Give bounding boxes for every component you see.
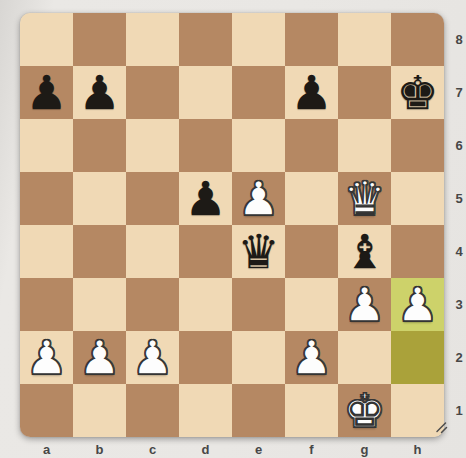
square-f1[interactable] (285, 384, 338, 437)
square-f6[interactable] (285, 119, 338, 172)
square-c8[interactable] (126, 13, 179, 66)
square-h4[interactable] (391, 225, 444, 278)
square-h2[interactable] (391, 331, 444, 384)
resize-grip-icon (433, 419, 449, 435)
square-c3[interactable] (126, 278, 179, 331)
rank-label-3: 3 (450, 278, 466, 331)
square-b4[interactable] (73, 225, 126, 278)
square-g2[interactable] (338, 331, 391, 384)
rank-label-5: 5 (450, 172, 466, 225)
square-d7[interactable] (179, 66, 232, 119)
square-g4[interactable]: ♝ (338, 225, 391, 278)
square-a3[interactable] (20, 278, 73, 331)
square-a6[interactable] (20, 119, 73, 172)
black-bishop-g4[interactable]: ♝ (343, 225, 385, 278)
square-d4[interactable] (179, 225, 232, 278)
file-label-e: e (232, 439, 285, 458)
square-e8[interactable] (232, 13, 285, 66)
square-c7[interactable] (126, 66, 179, 119)
file-coordinates: abcdefgh (20, 439, 444, 458)
square-d6[interactable] (179, 119, 232, 172)
square-d1[interactable] (179, 384, 232, 437)
square-g1[interactable]: ♚ (338, 384, 391, 437)
square-g7[interactable] (338, 66, 391, 119)
square-h7[interactable]: ♚ (391, 66, 444, 119)
black-pawn-f7[interactable]: ♟ (290, 66, 332, 119)
square-e4[interactable]: ♛ (232, 225, 285, 278)
square-g3[interactable]: ♟ (338, 278, 391, 331)
square-d5[interactable]: ♟ (179, 172, 232, 225)
black-pawn-b7[interactable]: ♟ (78, 66, 120, 119)
square-d3[interactable] (179, 278, 232, 331)
square-h6[interactable] (391, 119, 444, 172)
white-queen-g5[interactable]: ♛ (343, 172, 385, 225)
square-e7[interactable] (232, 66, 285, 119)
white-pawn-c2[interactable]: ♟ (131, 331, 173, 384)
square-f3[interactable] (285, 278, 338, 331)
board-resize-handle[interactable] (433, 419, 449, 435)
square-f4[interactable] (285, 225, 338, 278)
square-c1[interactable] (126, 384, 179, 437)
square-c5[interactable] (126, 172, 179, 225)
square-a8[interactable] (20, 13, 73, 66)
white-pawn-e5[interactable]: ♟ (237, 172, 279, 225)
rank-label-8: 8 (450, 13, 466, 66)
black-pawn-a7[interactable]: ♟ (25, 66, 67, 119)
black-king-h7[interactable]: ♚ (396, 66, 438, 119)
square-e6[interactable] (232, 119, 285, 172)
chess-board-widget: ♟♟♟♚♟♟♛♛♝♟♟♟♟♟♟♚ 87654321 abcdefgh (20, 13, 444, 437)
square-e1[interactable] (232, 384, 285, 437)
rank-label-7: 7 (450, 66, 466, 119)
white-pawn-h3[interactable]: ♟ (396, 278, 438, 331)
white-pawn-a2[interactable]: ♟ (25, 331, 67, 384)
square-g8[interactable] (338, 13, 391, 66)
square-a7[interactable]: ♟ (20, 66, 73, 119)
square-b6[interactable] (73, 119, 126, 172)
square-f7[interactable]: ♟ (285, 66, 338, 119)
square-b8[interactable] (73, 13, 126, 66)
square-b2[interactable]: ♟ (73, 331, 126, 384)
square-b1[interactable] (73, 384, 126, 437)
square-h8[interactable] (391, 13, 444, 66)
black-queen-e4[interactable]: ♛ (237, 225, 279, 278)
rank-label-2: 2 (450, 331, 466, 384)
square-b3[interactable] (73, 278, 126, 331)
white-pawn-f2[interactable]: ♟ (290, 331, 332, 384)
square-h3[interactable]: ♟ (391, 278, 444, 331)
file-label-h: h (391, 439, 444, 458)
square-f5[interactable] (285, 172, 338, 225)
file-label-d: d (179, 439, 232, 458)
square-a2[interactable]: ♟ (20, 331, 73, 384)
file-label-a: a (20, 439, 73, 458)
white-pawn-b2[interactable]: ♟ (78, 331, 120, 384)
square-f8[interactable] (285, 13, 338, 66)
square-a4[interactable] (20, 225, 73, 278)
square-b7[interactable]: ♟ (73, 66, 126, 119)
file-label-c: c (126, 439, 179, 458)
square-d2[interactable] (179, 331, 232, 384)
square-e5[interactable]: ♟ (232, 172, 285, 225)
square-c6[interactable] (126, 119, 179, 172)
square-f2[interactable]: ♟ (285, 331, 338, 384)
white-king-g1[interactable]: ♚ (343, 384, 385, 437)
square-d8[interactable] (179, 13, 232, 66)
square-h5[interactable] (391, 172, 444, 225)
file-label-b: b (73, 439, 126, 458)
rank-label-1: 1 (450, 384, 466, 437)
square-c2[interactable]: ♟ (126, 331, 179, 384)
file-label-f: f (285, 439, 338, 458)
square-e2[interactable] (232, 331, 285, 384)
square-b5[interactable] (73, 172, 126, 225)
file-label-g: g (338, 439, 391, 458)
square-a5[interactable] (20, 172, 73, 225)
rank-coordinates: 87654321 (450, 13, 466, 437)
square-a1[interactable] (20, 384, 73, 437)
square-g6[interactable] (338, 119, 391, 172)
black-pawn-d5[interactable]: ♟ (184, 172, 226, 225)
white-pawn-g3[interactable]: ♟ (343, 278, 385, 331)
chess-board[interactable]: ♟♟♟♚♟♟♛♛♝♟♟♟♟♟♟♚ (20, 13, 444, 437)
rank-label-6: 6 (450, 119, 466, 172)
rank-label-4: 4 (450, 225, 466, 278)
square-e3[interactable] (232, 278, 285, 331)
square-c4[interactable] (126, 225, 179, 278)
square-g5[interactable]: ♛ (338, 172, 391, 225)
